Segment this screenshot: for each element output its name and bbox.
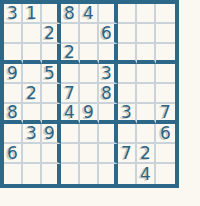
cell-r5c7[interactable] xyxy=(118,84,137,104)
cell-r7c2[interactable]: 3 xyxy=(23,124,42,144)
cell-r6c1[interactable]: 8 xyxy=(4,104,23,124)
cell-r6c7[interactable]: 3 xyxy=(118,104,137,124)
cell-r9c1[interactable] xyxy=(4,164,23,184)
cell-r2c6[interactable]: 6 xyxy=(99,24,118,44)
cell-r5c5[interactable] xyxy=(80,84,99,104)
cell-r5c6[interactable]: 8 xyxy=(99,84,118,104)
cell-r6c3[interactable] xyxy=(42,104,61,124)
cell-r6c4[interactable]: 4 xyxy=(61,104,80,124)
cell-r3c4[interactable]: 2 xyxy=(61,44,80,64)
cell-r2c2[interactable] xyxy=(23,24,42,44)
cell-r9c8[interactable]: 4 xyxy=(137,164,156,184)
cell-r2c1[interactable] xyxy=(4,24,23,44)
cell-r1c7[interactable] xyxy=(118,4,137,24)
cell-r5c1[interactable] xyxy=(4,84,23,104)
cell-r1c2[interactable]: 1 xyxy=(23,4,42,24)
cell-r8c5[interactable] xyxy=(80,144,99,164)
cell-r7c9[interactable]: 6 xyxy=(156,124,175,144)
cell-r5c2[interactable]: 2 xyxy=(23,84,42,104)
cell-r6c2[interactable] xyxy=(23,104,42,124)
cell-r8c3[interactable] xyxy=(42,144,61,164)
cell-r6c9[interactable]: 7 xyxy=(156,104,175,124)
cell-r1c6[interactable] xyxy=(99,4,118,24)
cell-r9c9[interactable] xyxy=(156,164,175,184)
cell-r2c5[interactable] xyxy=(80,24,99,44)
cell-r4c2[interactable] xyxy=(23,64,42,84)
cell-r8c2[interactable] xyxy=(23,144,42,164)
cell-r5c9[interactable] xyxy=(156,84,175,104)
cell-r7c1[interactable] xyxy=(4,124,23,144)
cell-r2c7[interactable] xyxy=(118,24,137,44)
cell-r5c4[interactable]: 7 xyxy=(61,84,80,104)
cell-r4c3[interactable]: 5 xyxy=(42,64,61,84)
cell-r8c8[interactable]: 2 xyxy=(137,144,156,164)
cell-r9c7[interactable] xyxy=(118,164,137,184)
cell-r9c6[interactable] xyxy=(99,164,118,184)
cell-r3c8[interactable] xyxy=(137,44,156,64)
cell-r1c8[interactable] xyxy=(137,4,156,24)
cell-r1c5[interactable]: 4 xyxy=(80,4,99,24)
cell-r6c5[interactable]: 9 xyxy=(80,104,99,124)
cell-r3c1[interactable] xyxy=(4,44,23,64)
cell-r8c1[interactable]: 6 xyxy=(4,144,23,164)
cell-r8c6[interactable] xyxy=(99,144,118,164)
cell-r6c8[interactable] xyxy=(137,104,156,124)
cell-r2c4[interactable] xyxy=(61,24,80,44)
cell-r7c8[interactable] xyxy=(137,124,156,144)
cell-r4c8[interactable] xyxy=(137,64,156,84)
cell-r7c7[interactable] xyxy=(118,124,137,144)
cell-r2c9[interactable] xyxy=(156,24,175,44)
cell-r4c1[interactable]: 9 xyxy=(4,64,23,84)
cell-r9c3[interactable] xyxy=(42,164,61,184)
cell-r5c8[interactable] xyxy=(137,84,156,104)
cell-r2c3[interactable]: 2 xyxy=(42,24,61,44)
cell-r1c9[interactable] xyxy=(156,4,175,24)
cell-r3c9[interactable] xyxy=(156,44,175,64)
cell-r3c2[interactable] xyxy=(23,44,42,64)
cell-r9c2[interactable] xyxy=(23,164,42,184)
cell-r9c4[interactable] xyxy=(61,164,80,184)
cell-r3c3[interactable] xyxy=(42,44,61,64)
cell-r1c1[interactable]: 3 xyxy=(4,4,23,24)
cell-r4c5[interactable] xyxy=(80,64,99,84)
cell-r7c6[interactable] xyxy=(99,124,118,144)
cell-r8c4[interactable] xyxy=(61,144,80,164)
cell-r4c6[interactable]: 3 xyxy=(99,64,118,84)
cell-r7c3[interactable]: 9 xyxy=(42,124,61,144)
cell-r4c7[interactable] xyxy=(118,64,137,84)
cell-r5c3[interactable] xyxy=(42,84,61,104)
cell-r3c5[interactable] xyxy=(80,44,99,64)
cell-r7c5[interactable] xyxy=(80,124,99,144)
cell-r6c6[interactable] xyxy=(99,104,118,124)
cell-r9c5[interactable] xyxy=(80,164,99,184)
cell-r2c8[interactable] xyxy=(137,24,156,44)
cell-r1c3[interactable] xyxy=(42,4,61,24)
cell-r7c4[interactable] xyxy=(61,124,80,144)
cell-r8c9[interactable] xyxy=(156,144,175,164)
cell-r1c4[interactable]: 8 xyxy=(61,4,80,24)
cell-r3c6[interactable] xyxy=(99,44,118,64)
cell-r4c9[interactable] xyxy=(156,64,175,84)
cell-r4c4[interactable] xyxy=(61,64,80,84)
cell-r8c7[interactable]: 7 xyxy=(118,144,137,164)
sudoku-board: 3184262953278849373966724 xyxy=(0,0,179,188)
cell-r3c7[interactable] xyxy=(118,44,137,64)
